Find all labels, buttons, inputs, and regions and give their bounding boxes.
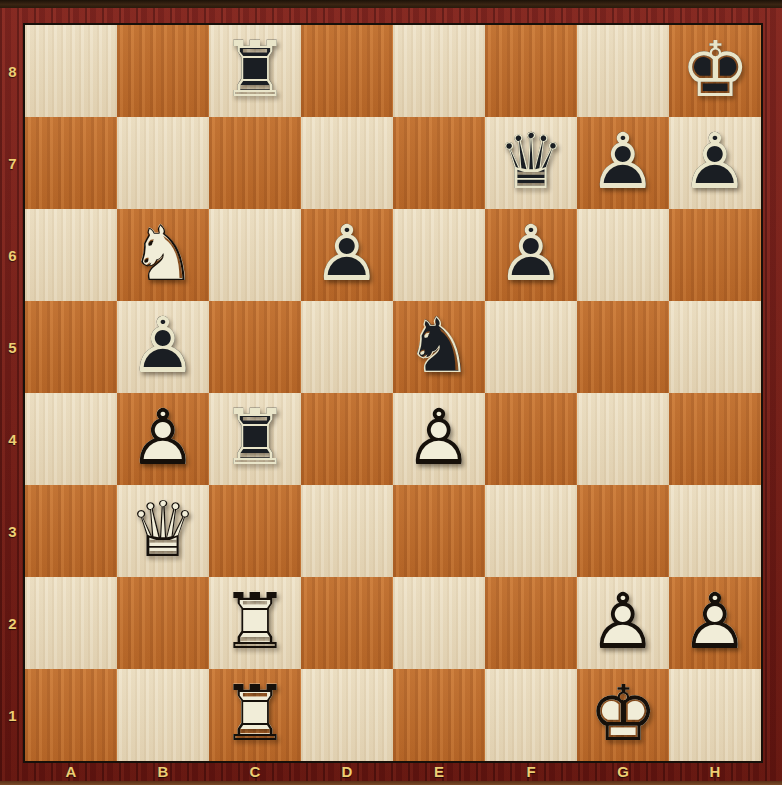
chess-board: ♜♖♚♔♛♕♟♙♟♙♞♘♟♙♟♙♟♙♞♘♟♙♜♖♟♙♛♕♜♖♟♙♟♙♜♖♚♔ — [25, 25, 761, 761]
white-pawn-outline: ♙ — [393, 393, 485, 485]
square-a2[interactable] — [25, 577, 117, 669]
square-g3[interactable] — [577, 485, 669, 577]
square-g7[interactable]: ♟♙ — [577, 117, 669, 209]
file-label-a: A — [25, 760, 117, 783]
square-b4[interactable]: ♟♙ — [117, 393, 209, 485]
square-g8[interactable] — [577, 25, 669, 117]
file-label-f: F — [485, 760, 577, 783]
piece-black-pawn[interactable]: ♟♙ — [117, 301, 209, 393]
square-g2[interactable]: ♟♙ — [577, 577, 669, 669]
square-h3[interactable] — [669, 485, 761, 577]
square-a5[interactable] — [25, 301, 117, 393]
rank-label-5: 5 — [0, 301, 25, 393]
black-queen-outline: ♕ — [485, 117, 577, 209]
black-pawn-outline: ♙ — [117, 301, 209, 393]
piece-white-pawn[interactable]: ♟♙ — [117, 393, 209, 485]
file-label-b: B — [117, 760, 209, 783]
black-rook-outline: ♖ — [209, 25, 301, 117]
rank-label-6: 6 — [0, 209, 25, 301]
piece-black-pawn[interactable]: ♟♙ — [577, 117, 669, 209]
square-e6[interactable] — [393, 209, 485, 301]
square-f2[interactable] — [485, 577, 577, 669]
file-label-h: H — [669, 760, 761, 783]
square-g4[interactable] — [577, 393, 669, 485]
square-d4[interactable] — [301, 393, 393, 485]
black-pawn-outline: ♙ — [301, 209, 393, 301]
square-h5[interactable] — [669, 301, 761, 393]
piece-white-king[interactable]: ♚♔ — [577, 669, 669, 761]
square-e1[interactable] — [393, 669, 485, 761]
white-king-outline: ♔ — [577, 669, 669, 761]
square-h7[interactable]: ♟♙ — [669, 117, 761, 209]
square-g1[interactable]: ♚♔ — [577, 669, 669, 761]
square-a8[interactable] — [25, 25, 117, 117]
square-b3[interactable]: ♛♕ — [117, 485, 209, 577]
square-c2[interactable]: ♜♖ — [209, 577, 301, 669]
piece-black-pawn[interactable]: ♟♙ — [669, 117, 761, 209]
square-d5[interactable] — [301, 301, 393, 393]
square-f6[interactable]: ♟♙ — [485, 209, 577, 301]
square-f4[interactable] — [485, 393, 577, 485]
square-d3[interactable] — [301, 485, 393, 577]
piece-black-pawn[interactable]: ♟♙ — [485, 209, 577, 301]
square-h4[interactable] — [669, 393, 761, 485]
black-pawn-outline: ♙ — [577, 117, 669, 209]
file-label-d: D — [301, 760, 393, 783]
square-e4[interactable]: ♟♙ — [393, 393, 485, 485]
piece-white-pawn[interactable]: ♟♙ — [393, 393, 485, 485]
rank-label-7: 7 — [0, 117, 25, 209]
piece-black-rook[interactable]: ♜♖ — [209, 25, 301, 117]
piece-white-rook[interactable]: ♜♖ — [209, 669, 301, 761]
piece-black-king[interactable]: ♚♔ — [669, 25, 761, 117]
piece-black-pawn[interactable]: ♟♙ — [301, 209, 393, 301]
rank-label-3: 3 — [0, 485, 25, 577]
square-b7[interactable] — [117, 117, 209, 209]
square-c7[interactable] — [209, 117, 301, 209]
square-d8[interactable] — [301, 25, 393, 117]
square-h6[interactable] — [669, 209, 761, 301]
white-queen-outline: ♕ — [117, 485, 209, 577]
square-d1[interactable] — [301, 669, 393, 761]
square-b6[interactable]: ♞♘ — [117, 209, 209, 301]
square-f1[interactable] — [485, 669, 577, 761]
square-g6[interactable] — [577, 209, 669, 301]
rank-label-8: 8 — [0, 25, 25, 117]
piece-white-pawn[interactable]: ♟♙ — [669, 577, 761, 669]
piece-black-queen[interactable]: ♛♕ — [485, 117, 577, 209]
square-c4[interactable]: ♜♖ — [209, 393, 301, 485]
square-h1[interactable] — [669, 669, 761, 761]
square-f7[interactable]: ♛♕ — [485, 117, 577, 209]
square-e3[interactable] — [393, 485, 485, 577]
square-d6[interactable]: ♟♙ — [301, 209, 393, 301]
square-e5[interactable]: ♞♘ — [393, 301, 485, 393]
piece-black-rook[interactable]: ♜♖ — [209, 393, 301, 485]
square-b2[interactable] — [117, 577, 209, 669]
square-f5[interactable] — [485, 301, 577, 393]
white-knight-outline: ♘ — [117, 209, 209, 301]
square-a3[interactable] — [25, 485, 117, 577]
square-c3[interactable] — [209, 485, 301, 577]
square-c5[interactable] — [209, 301, 301, 393]
square-c8[interactable]: ♜♖ — [209, 25, 301, 117]
square-d2[interactable] — [301, 577, 393, 669]
black-pawn-outline: ♙ — [669, 117, 761, 209]
rank-label-2: 2 — [0, 577, 25, 669]
black-rook-outline: ♖ — [209, 393, 301, 485]
square-g5[interactable] — [577, 301, 669, 393]
square-e2[interactable] — [393, 577, 485, 669]
frame-top-edge — [0, 0, 782, 8]
square-b5[interactable]: ♟♙ — [117, 301, 209, 393]
black-knight-outline: ♘ — [393, 301, 485, 393]
square-a1[interactable] — [25, 669, 117, 761]
piece-white-pawn[interactable]: ♟♙ — [577, 577, 669, 669]
rank-label-4: 4 — [0, 393, 25, 485]
square-c1[interactable]: ♜♖ — [209, 669, 301, 761]
file-label-c: C — [209, 760, 301, 783]
white-pawn-outline: ♙ — [117, 393, 209, 485]
square-f8[interactable] — [485, 25, 577, 117]
piece-white-knight[interactable]: ♞♘ — [117, 209, 209, 301]
square-e7[interactable] — [393, 117, 485, 209]
chess-diagram: ♜♖♚♔♛♕♟♙♟♙♞♘♟♙♟♙♟♙♞♘♟♙♜♖♟♙♛♕♜♖♟♙♟♙♜♖♚♔ 8… — [0, 0, 782, 785]
piece-white-queen[interactable]: ♛♕ — [117, 485, 209, 577]
square-d7[interactable] — [301, 117, 393, 209]
square-a7[interactable] — [25, 117, 117, 209]
piece-white-rook[interactable]: ♜♖ — [209, 577, 301, 669]
square-f3[interactable] — [485, 485, 577, 577]
white-rook-outline: ♖ — [209, 577, 301, 669]
square-e8[interactable] — [393, 25, 485, 117]
square-a4[interactable] — [25, 393, 117, 485]
rank-label-1: 1 — [0, 669, 25, 761]
piece-black-knight[interactable]: ♞♘ — [393, 301, 485, 393]
white-pawn-outline: ♙ — [577, 577, 669, 669]
file-label-e: E — [393, 760, 485, 783]
square-a6[interactable] — [25, 209, 117, 301]
white-rook-outline: ♖ — [209, 669, 301, 761]
square-b8[interactable] — [117, 25, 209, 117]
black-pawn-outline: ♙ — [485, 209, 577, 301]
square-h8[interactable]: ♚♔ — [669, 25, 761, 117]
square-b1[interactable] — [117, 669, 209, 761]
file-label-g: G — [577, 760, 669, 783]
square-h2[interactable]: ♟♙ — [669, 577, 761, 669]
black-king-outline: ♔ — [669, 25, 761, 117]
square-c6[interactable] — [209, 209, 301, 301]
white-pawn-outline: ♙ — [669, 577, 761, 669]
